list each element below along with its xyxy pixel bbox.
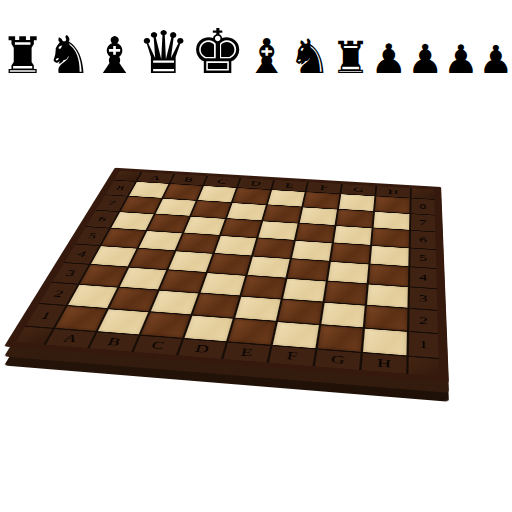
square-g3[interactable] bbox=[325, 282, 367, 305]
file-label-front-g: G bbox=[315, 350, 361, 370]
file-letter: B bbox=[105, 336, 122, 348]
square-d1[interactable] bbox=[184, 316, 232, 342]
rank-number: 1 bbox=[39, 310, 54, 321]
square-f6[interactable] bbox=[296, 224, 335, 243]
rank-number: 6 bbox=[419, 236, 427, 245]
square-c4[interactable] bbox=[169, 251, 213, 272]
square-d8[interactable] bbox=[233, 188, 270, 204]
rank-number: 7 bbox=[419, 219, 427, 227]
black-pawn-b7[interactable]: ♟ bbox=[407, 37, 443, 82]
black-king-e8[interactable]: ♚ bbox=[190, 18, 245, 86]
square-h8[interactable] bbox=[375, 196, 410, 213]
square-d3[interactable] bbox=[201, 273, 246, 295]
file-letter: A bbox=[149, 174, 162, 181]
file-letter: D bbox=[194, 343, 211, 356]
square-a4[interactable] bbox=[91, 246, 136, 266]
file-letter: G bbox=[330, 353, 345, 366]
black-knight-g8[interactable]: ♞ bbox=[288, 30, 331, 83]
square-c7[interactable] bbox=[191, 201, 230, 218]
rank-number: 2 bbox=[52, 289, 66, 299]
square-h6[interactable] bbox=[372, 228, 409, 247]
black-bishop-f8[interactable]: ♝ bbox=[245, 30, 288, 83]
square-e1[interactable] bbox=[228, 319, 275, 345]
pieces-layer: ♜♞♝♛♚♝♞♜♟♟♟♟♟♟♟♟♟♟♟♟♟♟♟♟♜♞♝♛♚♝♞♜ bbox=[0, 0, 512, 92]
square-b2[interactable] bbox=[109, 288, 157, 311]
square-h1[interactable] bbox=[363, 329, 407, 356]
square-d4[interactable] bbox=[208, 254, 251, 275]
square-e5[interactable] bbox=[253, 238, 294, 258]
square-a8[interactable] bbox=[129, 182, 168, 198]
rank-number: 8 bbox=[419, 203, 426, 211]
rank-label-right-8: 8 bbox=[411, 198, 434, 214]
file-label-front-h: H bbox=[361, 353, 406, 373]
square-f7[interactable] bbox=[300, 207, 337, 225]
square-c8[interactable] bbox=[198, 186, 236, 202]
file-label-front-a: A bbox=[46, 329, 95, 348]
square-c3[interactable] bbox=[160, 270, 205, 292]
square-f5[interactable] bbox=[292, 241, 332, 261]
file-letter: E bbox=[285, 182, 295, 189]
rank-number: 5 bbox=[86, 232, 98, 241]
file-letter: H bbox=[388, 188, 399, 195]
rank-number: 5 bbox=[419, 253, 427, 262]
file-letter: C bbox=[150, 339, 167, 351]
file-letter: A bbox=[61, 332, 80, 344]
rank-label-right-7: 7 bbox=[411, 214, 435, 231]
square-b3[interactable] bbox=[120, 268, 166, 290]
rank-label-right-2: 2 bbox=[409, 309, 438, 333]
square-f3[interactable] bbox=[283, 279, 326, 302]
file-label-front-e: E bbox=[223, 343, 270, 363]
rank-label-right-3: 3 bbox=[410, 287, 438, 309]
file-letter: C bbox=[216, 178, 228, 185]
square-c2[interactable] bbox=[151, 291, 198, 315]
square-a5[interactable] bbox=[101, 229, 145, 248]
square-d7[interactable] bbox=[227, 203, 266, 220]
rank-number: 4 bbox=[419, 273, 427, 283]
square-h4[interactable] bbox=[369, 265, 408, 287]
square-d2[interactable] bbox=[193, 294, 239, 318]
rank-number: 4 bbox=[76, 249, 89, 258]
rank-number: 8 bbox=[115, 184, 126, 191]
frame-corner bbox=[408, 357, 438, 376]
square-b8[interactable] bbox=[163, 184, 202, 200]
square-e4[interactable] bbox=[248, 257, 290, 278]
black-queen-d8[interactable]: ♛ bbox=[137, 21, 190, 86]
file-letter: B bbox=[183, 176, 195, 183]
file-letter: F bbox=[319, 184, 328, 191]
square-e7[interactable] bbox=[263, 205, 301, 222]
square-b4[interactable] bbox=[130, 249, 175, 269]
black-knight-b8[interactable]: ♞ bbox=[45, 26, 92, 84]
square-b1[interactable] bbox=[98, 309, 148, 334]
black-bishop-c8[interactable]: ♝ bbox=[92, 28, 137, 84]
file-label-front-d: D bbox=[178, 339, 225, 358]
square-g6[interactable] bbox=[334, 226, 372, 245]
file-letter: G bbox=[353, 186, 364, 193]
square-g4[interactable] bbox=[328, 262, 368, 283]
rank-number: 7 bbox=[106, 199, 117, 207]
square-g5[interactable] bbox=[331, 243, 370, 263]
file-letter: F bbox=[286, 350, 299, 363]
square-h3[interactable] bbox=[367, 284, 408, 307]
rank-number: 1 bbox=[419, 339, 428, 351]
square-b6[interactable] bbox=[148, 214, 190, 232]
frame-corner bbox=[412, 188, 435, 199]
square-e3[interactable] bbox=[242, 276, 286, 298]
file-letter: H bbox=[377, 357, 391, 370]
black-rook-h8[interactable]: ♜ bbox=[331, 34, 371, 83]
square-g1[interactable] bbox=[318, 325, 363, 351]
square-h7[interactable] bbox=[374, 212, 410, 230]
file-label-front-c: C bbox=[134, 336, 182, 355]
square-a6[interactable] bbox=[111, 212, 153, 230]
black-pawn-d7[interactable]: ♟ bbox=[478, 39, 512, 81]
square-h5[interactable] bbox=[371, 246, 409, 266]
square-h2[interactable] bbox=[365, 306, 407, 331]
black-rook-a8[interactable]: ♜ bbox=[0, 28, 45, 84]
square-f1[interactable] bbox=[273, 322, 319, 348]
black-pawn-a7[interactable]: ♟ bbox=[371, 37, 408, 82]
square-e2[interactable] bbox=[235, 297, 280, 321]
photo-stage: ABCDEFGH8877665544332211ABCDEFGH ♜♞♝♛♚♝♞… bbox=[0, 0, 512, 512]
rank-label-right-4: 4 bbox=[410, 267, 437, 288]
rank-label-right-5: 5 bbox=[410, 248, 436, 268]
file-letter: D bbox=[250, 180, 262, 187]
rank-label-right-1: 1 bbox=[409, 332, 439, 358]
square-g7[interactable] bbox=[336, 210, 373, 228]
square-b5[interactable] bbox=[139, 231, 182, 250]
rank-number: 6 bbox=[97, 215, 109, 223]
square-b7[interactable] bbox=[156, 199, 196, 216]
square-e6[interactable] bbox=[258, 221, 297, 240]
square-f8[interactable] bbox=[303, 192, 339, 209]
square-d5[interactable] bbox=[215, 236, 256, 256]
square-g2[interactable] bbox=[321, 303, 364, 328]
square-g8[interactable] bbox=[339, 194, 374, 211]
file-label-front-b: B bbox=[90, 332, 139, 351]
file-label-front-f: F bbox=[269, 346, 315, 366]
file-letter: E bbox=[240, 346, 254, 359]
square-a7[interactable] bbox=[120, 197, 161, 214]
rank-number: 3 bbox=[64, 268, 77, 278]
square-d6[interactable] bbox=[221, 219, 261, 237]
square-c1[interactable] bbox=[141, 312, 190, 337]
square-e8[interactable] bbox=[268, 190, 305, 206]
square-c5[interactable] bbox=[177, 233, 219, 252]
square-c6[interactable] bbox=[184, 217, 225, 235]
chess-board: ABCDEFGH8877665544332211ABCDEFGH bbox=[4, 168, 449, 383]
square-f4[interactable] bbox=[288, 259, 329, 280]
square-f2[interactable] bbox=[278, 300, 322, 324]
rank-label-right-6: 6 bbox=[411, 231, 436, 249]
rank-number: 2 bbox=[419, 315, 428, 326]
black-pawn-c7[interactable]: ♟ bbox=[443, 38, 478, 82]
rank-number: 3 bbox=[419, 293, 428, 304]
